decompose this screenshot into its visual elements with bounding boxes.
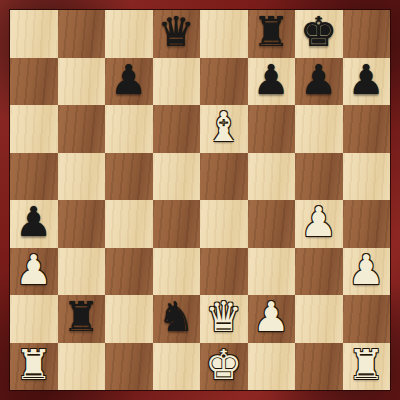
chess-board: ♛♜♚♟♟♟♟♝♟♟♟♟♜♞♛♟♜♚♜ — [10, 10, 390, 390]
square-g7[interactable]: ♟ — [295, 58, 343, 106]
piece-black-pawn[interactable]: ♟ — [15, 202, 52, 243]
square-d2[interactable]: ♞ — [153, 295, 201, 343]
square-g1[interactable] — [295, 343, 343, 391]
square-e5[interactable] — [200, 153, 248, 201]
square-f1[interactable] — [248, 343, 296, 391]
square-d7[interactable] — [153, 58, 201, 106]
square-e1[interactable]: ♚ — [200, 343, 248, 391]
square-e4[interactable] — [200, 200, 248, 248]
square-h6[interactable] — [343, 105, 391, 153]
square-f4[interactable] — [248, 200, 296, 248]
square-b2[interactable]: ♜ — [58, 295, 106, 343]
square-a7[interactable] — [10, 58, 58, 106]
square-d8[interactable]: ♛ — [153, 10, 201, 58]
piece-black-pawn[interactable]: ♟ — [348, 60, 385, 101]
piece-white-queen[interactable]: ♛ — [205, 297, 242, 338]
square-c8[interactable] — [105, 10, 153, 58]
square-a1[interactable]: ♜ — [10, 343, 58, 391]
square-a2[interactable] — [10, 295, 58, 343]
square-e8[interactable] — [200, 10, 248, 58]
square-h8[interactable] — [343, 10, 391, 58]
square-c7[interactable]: ♟ — [105, 58, 153, 106]
piece-black-rook[interactable]: ♜ — [253, 12, 290, 53]
square-h2[interactable] — [343, 295, 391, 343]
piece-white-pawn[interactable]: ♟ — [253, 297, 290, 338]
piece-black-king[interactable]: ♚ — [300, 12, 337, 53]
chess-board-frame: ♛♜♚♟♟♟♟♝♟♟♟♟♜♞♛♟♜♚♜ — [0, 0, 400, 400]
square-b7[interactable] — [58, 58, 106, 106]
square-g3[interactable] — [295, 248, 343, 296]
square-c6[interactable] — [105, 105, 153, 153]
square-g5[interactable] — [295, 153, 343, 201]
piece-black-queen[interactable]: ♛ — [158, 12, 195, 53]
square-c4[interactable] — [105, 200, 153, 248]
square-h7[interactable]: ♟ — [343, 58, 391, 106]
piece-white-pawn[interactable]: ♟ — [15, 250, 52, 291]
square-f7[interactable]: ♟ — [248, 58, 296, 106]
square-f2[interactable]: ♟ — [248, 295, 296, 343]
square-h4[interactable] — [343, 200, 391, 248]
square-h5[interactable] — [343, 153, 391, 201]
square-d5[interactable] — [153, 153, 201, 201]
square-d6[interactable] — [153, 105, 201, 153]
square-b4[interactable] — [58, 200, 106, 248]
square-g2[interactable] — [295, 295, 343, 343]
square-h3[interactable]: ♟ — [343, 248, 391, 296]
square-g6[interactable] — [295, 105, 343, 153]
square-a8[interactable] — [10, 10, 58, 58]
square-b8[interactable] — [58, 10, 106, 58]
square-d3[interactable] — [153, 248, 201, 296]
square-b3[interactable] — [58, 248, 106, 296]
square-c2[interactable] — [105, 295, 153, 343]
piece-black-pawn[interactable]: ♟ — [300, 60, 337, 101]
square-d1[interactable] — [153, 343, 201, 391]
square-f3[interactable] — [248, 248, 296, 296]
piece-white-bishop[interactable]: ♝ — [205, 107, 242, 148]
square-b5[interactable] — [58, 153, 106, 201]
piece-black-rook[interactable]: ♜ — [63, 297, 100, 338]
square-a3[interactable]: ♟ — [10, 248, 58, 296]
square-e6[interactable]: ♝ — [200, 105, 248, 153]
piece-white-rook[interactable]: ♜ — [348, 345, 385, 386]
piece-black-pawn[interactable]: ♟ — [110, 60, 147, 101]
piece-white-rook[interactable]: ♜ — [15, 345, 52, 386]
square-f6[interactable] — [248, 105, 296, 153]
piece-black-knight[interactable]: ♞ — [158, 297, 195, 338]
piece-white-pawn[interactable]: ♟ — [348, 250, 385, 291]
square-a4[interactable]: ♟ — [10, 200, 58, 248]
square-a6[interactable] — [10, 105, 58, 153]
square-b6[interactable] — [58, 105, 106, 153]
square-g8[interactable]: ♚ — [295, 10, 343, 58]
square-g4[interactable]: ♟ — [295, 200, 343, 248]
square-e2[interactable]: ♛ — [200, 295, 248, 343]
square-e3[interactable] — [200, 248, 248, 296]
square-f5[interactable] — [248, 153, 296, 201]
square-c1[interactable] — [105, 343, 153, 391]
piece-white-king[interactable]: ♚ — [205, 345, 242, 386]
square-d4[interactable] — [153, 200, 201, 248]
piece-black-pawn[interactable]: ♟ — [253, 60, 290, 101]
square-c3[interactable] — [105, 248, 153, 296]
square-c5[interactable] — [105, 153, 153, 201]
square-a5[interactable] — [10, 153, 58, 201]
square-f8[interactable]: ♜ — [248, 10, 296, 58]
square-b1[interactable] — [58, 343, 106, 391]
square-h1[interactable]: ♜ — [343, 343, 391, 391]
piece-white-pawn[interactable]: ♟ — [300, 202, 337, 243]
square-e7[interactable] — [200, 58, 248, 106]
